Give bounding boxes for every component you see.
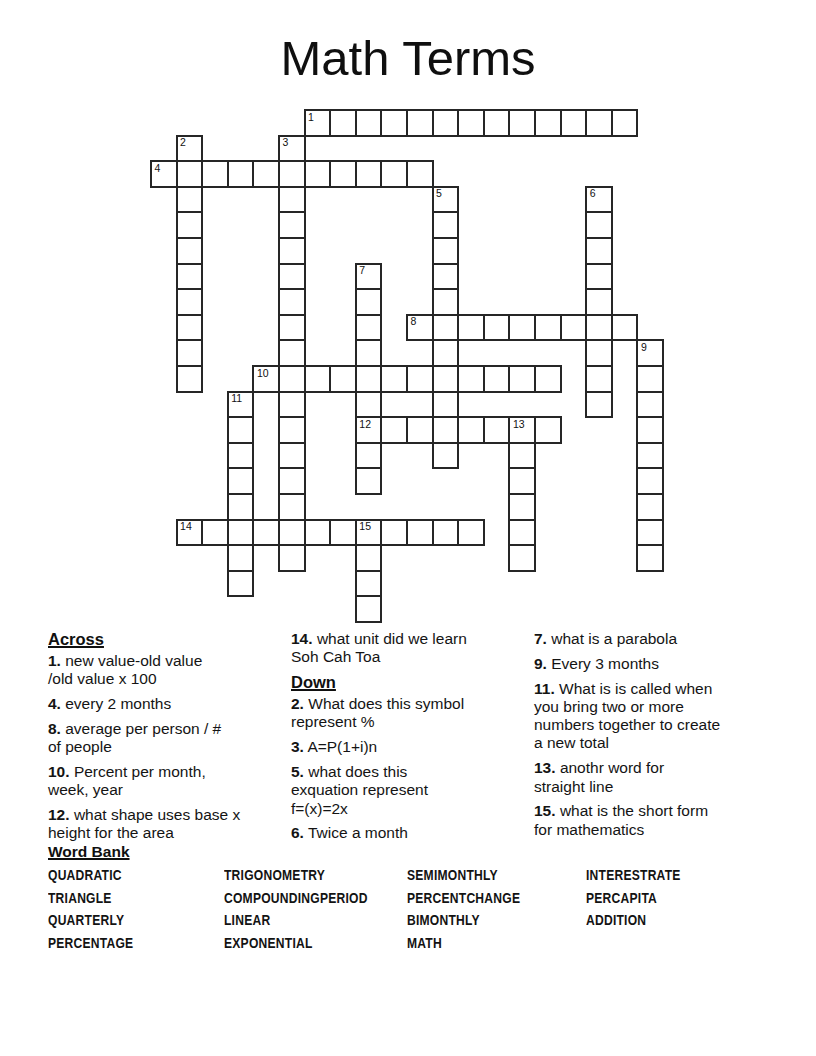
grid-cell[interactable]: 10 xyxy=(252,365,280,393)
clue-number: 5 xyxy=(436,188,442,199)
word-bank-item: MATH xyxy=(407,934,452,952)
grid-cell[interactable] xyxy=(534,416,562,444)
grid-cell[interactable] xyxy=(636,544,664,572)
grid-cell[interactable] xyxy=(355,339,383,367)
word-bank-word: EXPONENTIAL xyxy=(224,934,313,952)
grid-cell[interactable] xyxy=(355,442,383,470)
grid-cell[interactable] xyxy=(483,416,511,444)
clue-text: every 2 months xyxy=(65,695,171,712)
grid-cell[interactable] xyxy=(432,314,460,342)
grid-cell[interactable] xyxy=(278,314,306,342)
clue-down-9: 9. Every 3 months xyxy=(534,655,764,673)
clue-number-label: 13. xyxy=(534,759,556,776)
clue-number: 13 xyxy=(513,419,525,430)
grid-cell[interactable] xyxy=(457,519,485,547)
grid-cell[interactable] xyxy=(483,109,511,137)
clue-number: 9 xyxy=(641,342,647,353)
clue-number-label: 8. xyxy=(48,720,61,737)
clue-number-label: 7. xyxy=(534,630,547,647)
grid-cell[interactable] xyxy=(432,109,460,137)
grid-cell[interactable] xyxy=(304,519,332,547)
grid-cell[interactable] xyxy=(560,314,588,342)
word-bank-word: MATH xyxy=(407,934,442,952)
grid-cell[interactable] xyxy=(483,365,511,393)
word-bank-word: PERCAPITA xyxy=(586,889,657,907)
grid-cell[interactable] xyxy=(508,442,536,470)
grid-cell[interactable] xyxy=(278,365,306,393)
clues-column-1: Across1. new value-old value /old value … xyxy=(48,630,268,849)
grid-cell[interactable] xyxy=(406,416,434,444)
grid-cell[interactable] xyxy=(380,416,408,444)
grid-cell[interactable] xyxy=(278,442,306,470)
word-bank-item: PERCENTAGE xyxy=(48,934,158,952)
grid-cell[interactable] xyxy=(585,314,613,342)
grid-cell[interactable]: 15 xyxy=(355,519,383,547)
grid-cell[interactable] xyxy=(432,288,460,316)
grid-cell[interactable] xyxy=(611,314,639,342)
grid-cell[interactable] xyxy=(252,519,280,547)
puzzle-title: Math Terms xyxy=(0,30,816,86)
grid-cell[interactable] xyxy=(380,365,408,393)
grid-cell[interactable] xyxy=(278,519,306,547)
grid-cell[interactable] xyxy=(406,519,434,547)
grid-cell[interactable] xyxy=(636,519,664,547)
grid-cell[interactable] xyxy=(176,211,204,239)
grid-cell[interactable] xyxy=(278,160,306,188)
grid-cell[interactable] xyxy=(585,288,613,316)
down-header: Down xyxy=(291,673,515,692)
grid-cell[interactable] xyxy=(355,365,383,393)
grid-cell[interactable] xyxy=(636,365,664,393)
grid-cell[interactable] xyxy=(380,160,408,188)
clue-number: 2 xyxy=(180,137,186,148)
grid-cell[interactable] xyxy=(432,211,460,239)
grid-cell[interactable] xyxy=(304,365,332,393)
grid-cell[interactable] xyxy=(227,544,255,572)
grid-cell[interactable] xyxy=(355,570,383,598)
clue-number-label: 9. xyxy=(534,655,547,672)
clue-number-label: 11. xyxy=(534,680,555,697)
grid-cell[interactable] xyxy=(278,211,306,239)
grid-cell[interactable] xyxy=(585,211,613,239)
grid-cell[interactable] xyxy=(278,186,306,214)
word-bank-item: EXPONENTIAL xyxy=(224,934,338,952)
word-bank-item: LINEAR xyxy=(224,911,284,929)
grid-cell[interactable] xyxy=(176,339,204,367)
clue-down-5: 5. what does this exquation represent f=… xyxy=(291,763,515,818)
grid-cell[interactable] xyxy=(278,339,306,367)
across-header: Across xyxy=(48,630,268,649)
clue-across-1: 1. new value-old value /old value x 100 xyxy=(48,652,268,689)
clue-number: 7 xyxy=(359,265,365,276)
clue-text: what does this exquation represent f=(x)… xyxy=(291,763,428,817)
grid-cell[interactable] xyxy=(508,109,536,137)
word-bank: Word Bank QUADRATICTRIANGLEQUARTERLYPERC… xyxy=(0,843,816,973)
word-bank-item: TRIGONOMETRY xyxy=(224,866,354,884)
clue-across-8: 8. average per person / # of people xyxy=(48,720,268,757)
grid-cell[interactable] xyxy=(585,339,613,367)
grid-cell[interactable] xyxy=(508,519,536,547)
grid-cell[interactable] xyxy=(176,237,204,265)
grid-cell[interactable] xyxy=(406,160,434,188)
grid-cell[interactable]: 2 xyxy=(176,135,204,163)
word-bank-word: PERCENTAGE xyxy=(48,934,133,952)
clue-number: 10 xyxy=(257,368,269,379)
grid-cell[interactable] xyxy=(227,416,255,444)
grid-cell[interactable] xyxy=(636,416,664,444)
grid-cell[interactable] xyxy=(176,314,204,342)
grid-cell[interactable] xyxy=(278,467,306,495)
grid-cell[interactable]: 6 xyxy=(585,186,613,214)
grid-cell[interactable] xyxy=(227,467,255,495)
grid-cell[interactable] xyxy=(278,237,306,265)
grid-cell[interactable] xyxy=(227,160,255,188)
clues-column-2: 14. what unit did we learn Soh Cah ToaDo… xyxy=(291,630,515,849)
clue-number-label: 15. xyxy=(534,802,556,819)
grid-cell[interactable] xyxy=(432,237,460,265)
clue-down-11: 11. What is is called when you bring two… xyxy=(534,680,764,753)
clue-down-3: 3. A=P(1+i)n xyxy=(291,738,515,756)
word-bank-item: SEMIMONTHLY xyxy=(407,866,523,884)
grid-cell[interactable] xyxy=(355,314,383,342)
grid-cell[interactable] xyxy=(176,288,204,316)
grid-cell[interactable]: 9 xyxy=(636,339,664,367)
grid-cell[interactable] xyxy=(508,544,536,572)
clue-across-12: 12. what shape uses base x height for th… xyxy=(48,806,268,843)
grid-cell[interactable] xyxy=(227,493,255,521)
crossword-grid: 123456789101112131415 xyxy=(150,109,664,623)
grid-cell[interactable]: 8 xyxy=(406,314,434,342)
grid-cell[interactable] xyxy=(636,467,664,495)
clue-across-4: 4. every 2 months xyxy=(48,695,268,713)
grid-cell[interactable] xyxy=(227,519,255,547)
word-bank-word: COMPOUNDINGPERIOD xyxy=(224,889,368,907)
grid-cell[interactable] xyxy=(329,365,357,393)
grid-cell[interactable]: 1 xyxy=(304,109,332,137)
grid-cell[interactable] xyxy=(508,365,536,393)
clue-number-label: 12. xyxy=(48,806,70,823)
word-bank-label: Word Bank xyxy=(48,843,130,861)
clue-across-10: 10. Percent per month, week, year xyxy=(48,763,268,800)
grid-cell[interactable] xyxy=(508,493,536,521)
grid-cell[interactable] xyxy=(560,109,588,137)
grid-cell[interactable]: 14 xyxy=(176,519,204,547)
clue-number-label: 14. xyxy=(291,630,313,647)
clue-down-7: 7. what is a parabola xyxy=(534,630,764,648)
grid-cell[interactable]: 12 xyxy=(355,416,383,444)
grid-cell[interactable] xyxy=(534,109,562,137)
grid-cell[interactable] xyxy=(406,109,434,137)
word-bank-word: QUADRATIC xyxy=(48,866,122,884)
clue-across-14: 14. what unit did we learn Soh Cah Toa xyxy=(291,630,515,667)
grid-cell[interactable] xyxy=(278,493,306,521)
grid-cell[interactable] xyxy=(636,493,664,521)
grid-cell[interactable] xyxy=(585,237,613,265)
word-bank-word: SEMIMONTHLY xyxy=(407,866,498,884)
grid-cell[interactable] xyxy=(355,109,383,137)
clue-number-label: 3. xyxy=(291,738,304,755)
grid-cell[interactable] xyxy=(585,263,613,291)
word-bank-item: QUADRATIC xyxy=(48,866,143,884)
word-bank-item: BIMONTHLY xyxy=(407,911,500,929)
grid-cell[interactable] xyxy=(432,416,460,444)
word-bank-word: BIMONTHLY xyxy=(407,911,480,929)
clue-text: new value-old value /old value x 100 xyxy=(48,652,202,687)
word-bank-item: PERCAPITA xyxy=(586,889,677,907)
grid-cell[interactable] xyxy=(611,109,639,137)
grid-cell[interactable] xyxy=(432,365,460,393)
clues-column-3: 7. what is a parabola9. Every 3 months11… xyxy=(534,630,764,845)
clue-down-13: 13. anothr word for straight line xyxy=(534,759,764,796)
clue-number: 1 xyxy=(308,112,314,123)
clue-text: what shape uses base x height for the ar… xyxy=(48,806,240,841)
clue-number: 3 xyxy=(283,137,289,148)
clue-number: 4 xyxy=(155,163,161,174)
grid-cell[interactable] xyxy=(483,314,511,342)
grid-cell[interactable] xyxy=(329,519,357,547)
clue-text: average per person / # of people xyxy=(48,720,221,755)
word-bank-word: TRIANGLE xyxy=(48,889,112,907)
word-bank-word: ADDITION xyxy=(586,911,646,929)
grid-cell[interactable] xyxy=(278,416,306,444)
grid-cell[interactable]: 11 xyxy=(227,391,255,419)
grid-cell[interactable] xyxy=(201,160,229,188)
grid-cell[interactable] xyxy=(252,160,280,188)
clue-text: A=P(1+i)n xyxy=(307,738,377,755)
grid-cell[interactable] xyxy=(508,314,536,342)
grid-cell[interactable] xyxy=(329,160,357,188)
grid-cell[interactable] xyxy=(380,519,408,547)
grid-cell[interactable] xyxy=(278,544,306,572)
word-bank-item: COMPOUNDINGPERIOD xyxy=(224,889,408,907)
clue-number-label: 6. xyxy=(291,824,304,841)
grid-cell[interactable] xyxy=(636,391,664,419)
clue-down-2: 2. What does this symbol represent % xyxy=(291,695,515,732)
grid-cell[interactable] xyxy=(355,160,383,188)
grid-cell[interactable]: 4 xyxy=(150,160,178,188)
word-bank-item: TRIANGLE xyxy=(48,889,130,907)
grid-cell[interactable] xyxy=(585,109,613,137)
grid-cell[interactable] xyxy=(457,314,485,342)
word-bank-item: QUARTERLY xyxy=(48,911,146,929)
word-bank-word: PERCENTCHANGE xyxy=(407,889,520,907)
grid-cell[interactable] xyxy=(406,365,434,393)
word-bank-word: INTERESTRATE xyxy=(586,866,681,884)
grid-cell[interactable] xyxy=(176,160,204,188)
grid-cell[interactable] xyxy=(432,339,460,367)
clue-number: 8 xyxy=(411,316,417,327)
grid-cell[interactable] xyxy=(432,442,460,470)
grid-cell[interactable] xyxy=(176,365,204,393)
grid-cell[interactable] xyxy=(355,544,383,572)
clue-number: 6 xyxy=(590,188,596,199)
clue-text: what is a parabola xyxy=(551,630,677,647)
clue-down-6: 6. Twice a month xyxy=(291,824,515,842)
word-bank-word: QUARTERLY xyxy=(48,911,124,929)
grid-cell[interactable] xyxy=(176,186,204,214)
grid-cell[interactable]: 13 xyxy=(508,416,536,444)
clue-number: 15 xyxy=(359,521,371,532)
grid-cell[interactable] xyxy=(432,263,460,291)
word-bank-item: INTERESTRATE xyxy=(586,866,707,884)
word-bank-word: TRIGONOMETRY xyxy=(224,866,325,884)
clue-number: 14 xyxy=(180,521,192,532)
clue-text: What is is called when you bring two or … xyxy=(534,680,720,752)
grid-cell[interactable] xyxy=(457,109,485,137)
clue-text: what unit did we learn Soh Cah Toa xyxy=(291,630,467,665)
grid-cell[interactable] xyxy=(432,391,460,419)
grid-cell[interactable] xyxy=(432,519,460,547)
grid-cell[interactable] xyxy=(201,519,229,547)
clue-text: Every 3 months xyxy=(551,655,659,672)
clue-number: 12 xyxy=(359,419,371,430)
word-bank-word: LINEAR xyxy=(224,911,270,929)
clue-number-label: 4. xyxy=(48,695,61,712)
clue-number: 11 xyxy=(231,393,242,404)
clue-text: Percent per month, week, year xyxy=(48,763,206,798)
grid-cell[interactable] xyxy=(508,467,536,495)
clue-number-label: 2. xyxy=(291,695,304,712)
clue-number-label: 5. xyxy=(291,763,304,780)
grid-cell[interactable] xyxy=(534,365,562,393)
grid-cell[interactable] xyxy=(278,288,306,316)
grid-cell[interactable] xyxy=(355,467,383,495)
grid-cell[interactable] xyxy=(278,391,306,419)
grid-cell[interactable] xyxy=(329,109,357,137)
word-bank-item: ADDITION xyxy=(586,911,663,929)
grid-cell[interactable] xyxy=(355,288,383,316)
clue-text: What does this symbol represent % xyxy=(291,695,464,730)
grid-cell[interactable] xyxy=(457,365,485,393)
word-bank-item: PERCENTCHANGE xyxy=(407,889,552,907)
grid-cell[interactable]: 7 xyxy=(355,263,383,291)
grid-cell[interactable] xyxy=(380,109,408,137)
clue-down-15: 15. what is the short form for mathemati… xyxy=(534,802,764,839)
clue-number-label: 10. xyxy=(48,763,70,780)
grid-cell[interactable] xyxy=(355,391,383,419)
clue-number-label: 1. xyxy=(48,652,61,669)
grid-cell[interactable] xyxy=(534,314,562,342)
clue-text: Twice a month xyxy=(308,824,408,841)
grid-cell[interactable] xyxy=(227,570,255,598)
grid-cell[interactable] xyxy=(585,391,613,419)
grid-cell[interactable] xyxy=(304,160,332,188)
grid-cell[interactable] xyxy=(176,263,204,291)
clue-text: what is the short form for mathematics xyxy=(534,802,708,837)
grid-cell[interactable] xyxy=(278,263,306,291)
grid-cell[interactable] xyxy=(636,442,664,470)
grid-cell[interactable]: 5 xyxy=(432,186,460,214)
grid-cell[interactable] xyxy=(457,416,485,444)
grid-cell[interactable] xyxy=(585,365,613,393)
grid-cell[interactable]: 3 xyxy=(278,135,306,163)
grid-cell[interactable] xyxy=(355,595,383,623)
grid-cell[interactable] xyxy=(227,442,255,470)
